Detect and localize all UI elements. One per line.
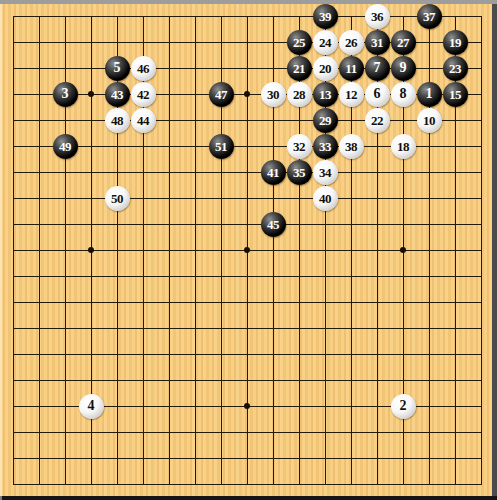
stone-number: 6 [374,87,381,101]
stone-49: 49 [53,134,78,159]
stone-48: 48 [105,108,130,133]
stone-number: 44 [137,114,149,127]
stone-21: 21 [287,56,312,81]
stone-number: 30 [267,88,279,101]
stone-28: 28 [287,82,312,107]
stone-47: 47 [209,82,234,107]
stone-number: 50 [111,192,123,205]
stone-46: 46 [131,56,156,81]
stone-number: 4 [88,399,95,413]
stone-33: 33 [313,134,338,159]
stone-number: 49 [59,140,71,153]
stone-23: 23 [443,56,468,81]
stone-number: 5 [114,61,121,75]
stone-45: 45 [261,212,286,237]
stone-number: 20 [319,62,331,75]
stone-4: 4 [79,394,104,419]
stone-number: 39 [319,10,331,23]
stone-number: 29 [319,114,331,127]
stone-5: 5 [105,56,130,81]
stone-26: 26 [339,30,364,55]
stone-34: 34 [313,160,338,185]
stone-number: 24 [319,36,331,49]
stone-51: 51 [209,134,234,159]
stone-number: 31 [371,36,383,49]
stone-12: 12 [339,82,364,107]
stone-number: 26 [345,36,357,49]
stone-number: 33 [319,140,331,153]
stone-29: 29 [313,108,338,133]
stone-number: 43 [111,88,123,101]
stone-30: 30 [261,82,286,107]
stone-number: 28 [293,88,305,101]
stone-number: 1 [426,87,433,101]
stone-number: 21 [293,62,305,75]
stone-number: 47 [215,88,227,101]
stone-number: 11 [345,62,356,75]
stone-19: 19 [443,30,468,55]
stone-number: 27 [397,36,409,49]
stone-number: 35 [293,166,305,179]
stone-41: 41 [261,160,286,185]
stone-number: 38 [345,140,357,153]
stone-number: 51 [215,140,227,153]
stone-7: 7 [365,56,390,81]
stone-37: 37 [417,4,442,29]
stone-number: 45 [267,218,279,231]
stone-number: 8 [400,87,407,101]
stone-31: 31 [365,30,390,55]
stone-number: 12 [345,88,357,101]
stone-43: 43 [105,82,130,107]
stone-24: 24 [313,30,338,55]
stone-number: 25 [293,36,305,49]
stone-number: 13 [319,88,331,101]
stone-22: 22 [365,108,390,133]
stone-number: 46 [137,62,149,75]
stone-13: 13 [313,82,338,107]
stone-42: 42 [131,82,156,107]
stone-number: 37 [423,10,435,23]
stone-3: 3 [53,82,78,107]
stone-1: 1 [417,82,442,107]
stone-number: 23 [449,62,461,75]
stone-number: 48 [111,114,123,127]
go-board[interactable]: 1234567891011121315181920212223242526272… [0,0,497,500]
stone-25: 25 [287,30,312,55]
stone-number: 19 [449,36,461,49]
stone-15: 15 [443,82,468,107]
stone-18: 18 [391,134,416,159]
stone-number: 42 [137,88,149,101]
stone-44: 44 [131,108,156,133]
stone-number: 9 [400,61,407,75]
stone-38: 38 [339,134,364,159]
stone-50: 50 [105,186,130,211]
stone-number: 18 [397,140,409,153]
stone-27: 27 [391,30,416,55]
stone-number: 34 [319,166,331,179]
stones-layer: 1234567891011121315181920212223242526272… [0,3,494,497]
stone-6: 6 [365,82,390,107]
stone-number: 3 [62,87,69,101]
stone-32: 32 [287,134,312,159]
stone-8: 8 [391,82,416,107]
stone-9: 9 [391,56,416,81]
stone-35: 35 [287,160,312,185]
stone-40: 40 [313,186,338,211]
stone-number: 36 [371,10,383,23]
stone-number: 22 [371,114,383,127]
stone-number: 41 [267,166,279,179]
stone-number: 32 [293,140,305,153]
stone-39: 39 [313,4,338,29]
stone-36: 36 [365,4,390,29]
stone-20: 20 [313,56,338,81]
stone-number: 2 [400,399,407,413]
stone-number: 7 [374,61,381,75]
stone-2: 2 [391,394,416,419]
stone-number: 10 [423,114,435,127]
stone-10: 10 [417,108,442,133]
stone-number: 15 [449,88,461,101]
stone-11: 11 [339,56,364,81]
stone-number: 40 [319,192,331,205]
